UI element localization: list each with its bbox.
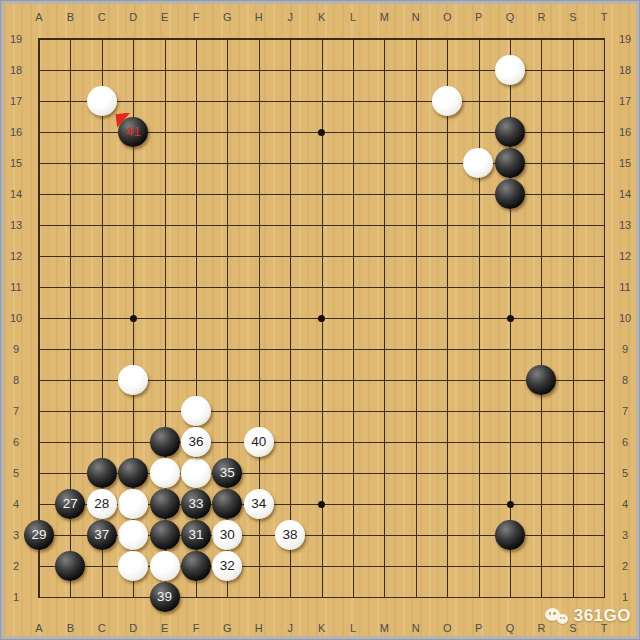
coord-label-bottom-F: F xyxy=(188,621,204,635)
intersection-F4[interactable]: 33 xyxy=(180,489,211,520)
stone-white-G3[interactable]: 30 xyxy=(212,520,242,550)
intersection-F2[interactable] xyxy=(180,551,211,582)
coord-label-top-A: A xyxy=(31,10,47,24)
stone-black-E4[interactable] xyxy=(150,489,180,519)
intersection-Q14[interactable] xyxy=(494,179,525,210)
stone-black-F3[interactable]: 31 xyxy=(181,520,211,550)
move-number-41: 41 xyxy=(126,125,141,139)
coord-label-bottom-L: L xyxy=(345,621,361,635)
coord-label-bottom-C: C xyxy=(94,621,110,635)
move-number-39: 39 xyxy=(157,590,172,604)
stone-white-P15[interactable] xyxy=(463,148,493,178)
stone-black-Q14[interactable] xyxy=(495,179,525,209)
move-number-37: 37 xyxy=(94,528,109,542)
move-number-33: 33 xyxy=(188,497,203,511)
stone-white-F6[interactable]: 36 xyxy=(181,427,211,457)
move-number-40: 40 xyxy=(251,435,266,449)
intersection-H6[interactable]: 40 xyxy=(243,427,274,458)
stone-white-D2[interactable] xyxy=(118,551,148,581)
coord-label-top-O: O xyxy=(439,10,455,24)
coord-label-bottom-D: D xyxy=(125,621,141,635)
coord-label-top-S: S xyxy=(565,10,581,24)
coord-label-bottom-G: G xyxy=(219,621,235,635)
stone-white-E2[interactable] xyxy=(150,551,180,581)
intersection-E5[interactable] xyxy=(149,458,180,489)
watermark: 361GO xyxy=(545,606,631,626)
stone-black-E6[interactable] xyxy=(150,427,180,457)
stone-black-B2[interactable] xyxy=(55,551,85,581)
coord-label-bottom-M: M xyxy=(376,621,392,635)
stone-white-J3[interactable]: 38 xyxy=(275,520,305,550)
intersection-C3[interactable]: 37 xyxy=(86,520,117,551)
intersection-D3[interactable] xyxy=(117,520,148,551)
stone-white-F7[interactable] xyxy=(181,396,211,426)
coord-label-top-E: E xyxy=(157,10,173,24)
coord-label-bottom-E: E xyxy=(157,621,173,635)
stone-black-Q3[interactable] xyxy=(495,520,525,550)
stone-black-B4[interactable]: 27 xyxy=(55,489,85,519)
stone-white-F5[interactable] xyxy=(181,458,211,488)
stone-black-R8[interactable] xyxy=(526,365,556,395)
stone-white-Q18[interactable] xyxy=(495,55,525,85)
coord-label-top-L: L xyxy=(345,10,361,24)
intersection-G2[interactable]: 32 xyxy=(212,551,243,582)
stone-black-C3[interactable]: 37 xyxy=(87,520,117,550)
coord-label-bottom-J: J xyxy=(282,621,298,635)
coord-label-bottom-A: A xyxy=(31,621,47,635)
intersection-H4[interactable]: 34 xyxy=(243,489,274,520)
stone-black-D5[interactable] xyxy=(118,458,148,488)
go-board-screenshot: AABBCCDDEEFFGGHHJJKKLLMMNNOOPPQQRRSSTT19… xyxy=(0,0,640,640)
stone-black-F2[interactable] xyxy=(181,551,211,581)
intersection-E2[interactable] xyxy=(149,551,180,582)
move-number-30: 30 xyxy=(220,528,235,542)
intersection-F5[interactable] xyxy=(180,458,211,489)
stone-white-O17[interactable] xyxy=(432,86,462,116)
stone-white-D3[interactable] xyxy=(118,520,148,550)
stone-black-F4[interactable]: 33 xyxy=(181,489,211,519)
coord-label-top-Q: Q xyxy=(502,10,518,24)
stone-white-D8[interactable] xyxy=(118,365,148,395)
coord-label-top-F: F xyxy=(188,10,204,24)
intersection-D4[interactable] xyxy=(117,489,148,520)
coord-label-top-R: R xyxy=(533,10,549,24)
move-number-36: 36 xyxy=(188,435,203,449)
stone-black-G4[interactable] xyxy=(212,489,242,519)
move-number-28: 28 xyxy=(94,497,109,511)
intersection-C17[interactable] xyxy=(86,86,117,117)
intersection-D5[interactable] xyxy=(117,458,148,489)
stone-black-E3[interactable] xyxy=(150,520,180,550)
intersection-D8[interactable] xyxy=(117,365,148,396)
coord-label-top-B: B xyxy=(62,10,78,24)
intersection-P15[interactable] xyxy=(463,148,494,179)
intersection-F3[interactable]: 31 xyxy=(180,520,211,551)
intersection-E1[interactable]: 39 xyxy=(149,582,180,613)
coord-label-top-P: P xyxy=(471,10,487,24)
intersection-C5[interactable] xyxy=(86,458,117,489)
stone-black-A3[interactable]: 29 xyxy=(24,520,54,550)
intersection-Q3[interactable] xyxy=(494,520,525,551)
stone-white-H4[interactable]: 34 xyxy=(244,489,274,519)
intersection-B2[interactable] xyxy=(55,551,86,582)
move-number-27: 27 xyxy=(63,497,78,511)
intersection-J3[interactable]: 38 xyxy=(274,520,305,551)
intersection-O17[interactable] xyxy=(431,86,462,117)
intersection-Q16[interactable] xyxy=(494,117,525,148)
board-grid[interactable]: 272829303132333435363738394041 xyxy=(23,24,619,613)
stone-black-D16[interactable]: 41 xyxy=(118,117,148,147)
intersection-E6[interactable] xyxy=(149,427,180,458)
wechat-icon xyxy=(545,607,569,626)
coord-label-top-D: D xyxy=(125,10,141,24)
stone-black-C5[interactable] xyxy=(87,458,117,488)
move-number-38: 38 xyxy=(283,528,298,542)
intersection-B4[interactable]: 27 xyxy=(55,489,86,520)
intersection-R8[interactable] xyxy=(526,365,557,396)
stone-white-C17[interactable] xyxy=(87,86,117,116)
coord-label-top-N: N xyxy=(408,10,424,24)
intersection-E4[interactable] xyxy=(149,489,180,520)
intersection-A3[interactable]: 29 xyxy=(23,520,54,551)
intersection-G5[interactable]: 35 xyxy=(212,458,243,489)
coord-label-bottom-N: N xyxy=(408,621,424,635)
coord-label-bottom-P: P xyxy=(471,621,487,635)
coord-label-top-G: G xyxy=(219,10,235,24)
intersection-G3[interactable]: 30 xyxy=(212,520,243,551)
coord-label-top-H: H xyxy=(251,10,267,24)
move-number-29: 29 xyxy=(31,528,46,542)
coord-label-top-K: K xyxy=(314,10,330,24)
move-number-35: 35 xyxy=(220,466,235,480)
coord-label-bottom-B: B xyxy=(62,621,78,635)
stone-black-E1[interactable]: 39 xyxy=(150,582,180,612)
move-number-31: 31 xyxy=(188,528,203,542)
stone-white-E5[interactable] xyxy=(150,458,180,488)
coord-label-top-J: J xyxy=(282,10,298,24)
move-number-32: 32 xyxy=(220,559,235,573)
stone-black-Q15[interactable] xyxy=(495,148,525,178)
stone-white-G2[interactable]: 32 xyxy=(212,551,242,581)
coord-label-bottom-K: K xyxy=(314,621,330,635)
coord-label-bottom-Q: Q xyxy=(502,621,518,635)
stone-white-H6[interactable]: 40 xyxy=(244,427,274,457)
stone-black-G5[interactable]: 35 xyxy=(212,458,242,488)
intersection-C4[interactable]: 28 xyxy=(86,489,117,520)
coord-label-top-M: M xyxy=(376,10,392,24)
intersection-D16[interactable]: 41 xyxy=(117,117,148,148)
stone-black-Q16[interactable] xyxy=(495,117,525,147)
stone-white-C4[interactable]: 28 xyxy=(87,489,117,519)
coord-label-bottom-H: H xyxy=(251,621,267,635)
intersection-F7[interactable] xyxy=(180,396,211,427)
intersection-G4[interactable] xyxy=(212,489,243,520)
intersection-D2[interactable] xyxy=(117,551,148,582)
coord-label-top-T: T xyxy=(596,10,612,24)
intersection-E3[interactable] xyxy=(149,520,180,551)
intersection-Q18[interactable] xyxy=(494,55,525,86)
intersection-F6[interactable]: 36 xyxy=(180,427,211,458)
stone-white-D4[interactable] xyxy=(118,489,148,519)
watermark-text: 361GO xyxy=(574,606,631,626)
move-number-34: 34 xyxy=(251,497,266,511)
coord-label-bottom-O: O xyxy=(439,621,455,635)
coord-label-top-C: C xyxy=(94,10,110,24)
intersection-Q15[interactable] xyxy=(494,148,525,179)
